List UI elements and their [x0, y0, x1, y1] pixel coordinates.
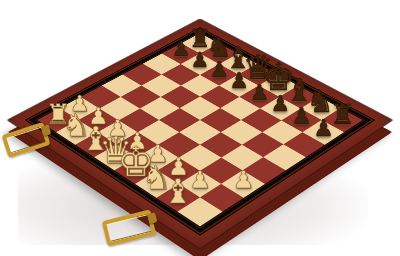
chess-set-photo: ♜♞♝♛♚♝♞♜♟♟♟♟♟♟♟♟♜♞♝♛♚♞♝♟♟♟♟♟♟♟♟ [0, 0, 400, 256]
